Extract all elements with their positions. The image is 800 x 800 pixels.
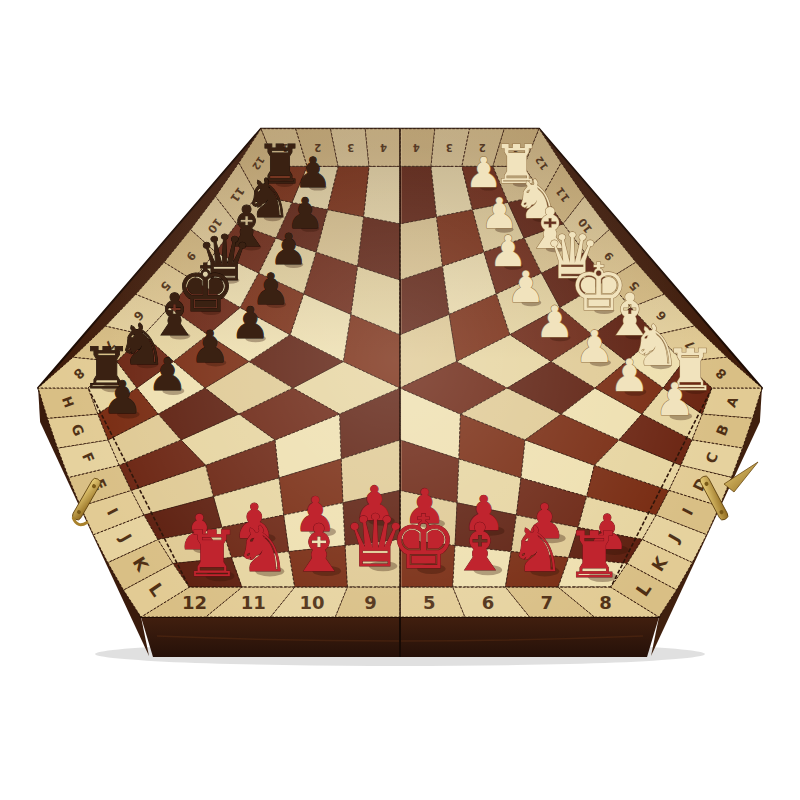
piece-red-K[interactable]: ♚ [390,499,457,586]
coordinate-label: 7 [541,592,554,613]
piece-red-N[interactable]: ♞ [234,512,291,586]
piece-red-B[interactable]: ♝ [290,510,349,586]
piece-red-R[interactable]: ♜ [566,518,623,592]
three-player-chess-board: 1234432187659101112LKJIEFGHABCDIJKL87659… [0,0,800,800]
board-cell[interactable] [400,166,437,224]
coordinate-label: 5 [423,592,436,613]
coordinate-label: 3 [347,142,354,153]
piece-white-P[interactable]: ♟ [575,321,614,372]
coordinate-label: 4 [413,142,420,153]
piece-red-B[interactable]: ♝ [451,509,510,585]
coordinate-label: 4 [380,142,387,153]
board-cell[interactable] [364,166,401,224]
page: { "game": "three-player-chess", "descrip… [0,0,800,800]
piece-brown-P[interactable]: ♟ [102,371,142,424]
piece-brown-P[interactable]: ♟ [190,321,229,372]
coordinate-label: 3 [446,142,453,153]
piece-red-R[interactable]: ♜ [184,517,241,591]
piece-white-P[interactable]: ♟ [609,350,649,401]
piece-white-P[interactable]: ♟ [654,373,694,426]
piece-brown-P[interactable]: ♟ [230,298,269,348]
coordinate-label: 9 [364,592,377,613]
coordinate-label: 12 [182,592,207,613]
coordinate-label: 6 [482,592,495,613]
coordinate-label: 8 [599,592,612,613]
piece-red-N[interactable]: ♞ [509,512,566,586]
coordinate-label: 10 [299,592,324,613]
coordinate-label: 11 [241,592,266,613]
chess-set-photo: 1234432187659101112LKJIEFGHABCDIJKL87659… [0,0,800,800]
piece-white-P[interactable]: ♟ [535,297,574,347]
piece-brown-P[interactable]: ♟ [147,349,187,400]
